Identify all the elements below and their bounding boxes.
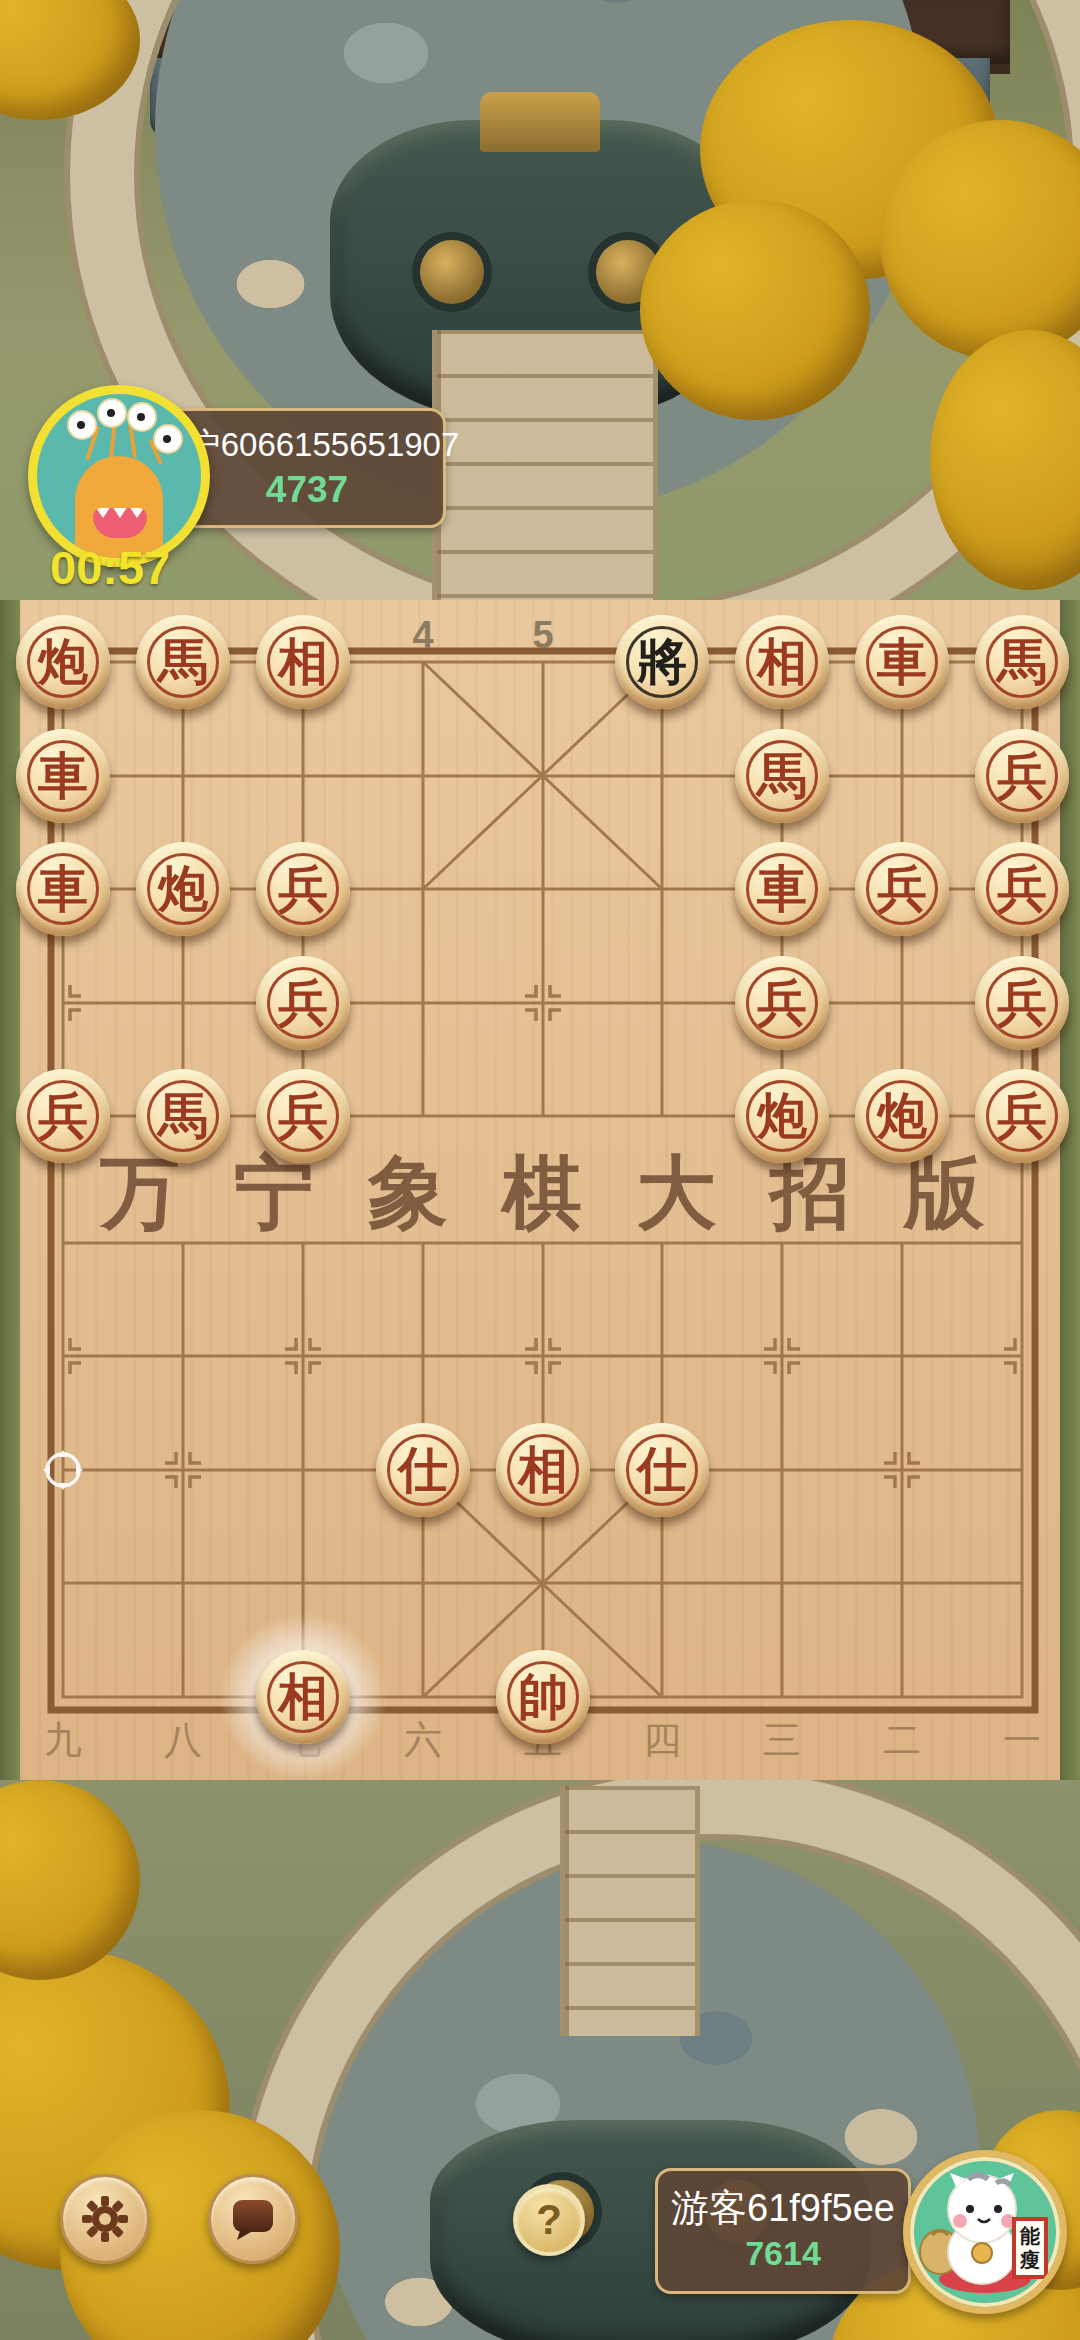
help-button[interactable]: ?: [513, 2184, 585, 2256]
svg-text:一: 一: [1003, 1719, 1041, 1761]
mask-crown: [480, 92, 600, 152]
mask-eye-left: [420, 240, 484, 304]
tree-foliage: [0, 1780, 140, 1980]
svg-text:九: 九: [44, 1719, 82, 1761]
stone-path: [560, 1786, 700, 2036]
piece-chariot[interactable]: 車: [15, 728, 111, 824]
lucky-cat-avatar-art: 能 瘦: [910, 2157, 1060, 2307]
piece-horse[interactable]: 馬: [974, 614, 1070, 710]
avatar-sign-char-2: 瘦: [1019, 2249, 1040, 2271]
avatar-sign-char-1: 能: [1020, 2225, 1040, 2247]
piece-pawn[interactable]: 兵: [255, 1068, 351, 1164]
svg-text:八: 八: [164, 1719, 202, 1761]
piece-pawn[interactable]: 兵: [974, 1068, 1070, 1164]
piece-marshal[interactable]: 帥: [495, 1649, 591, 1745]
piece-chariot[interactable]: 車: [734, 841, 830, 937]
piece-elephant[interactable]: 相: [734, 614, 830, 710]
chat-button[interactable]: [208, 2174, 298, 2264]
piece-cannon[interactable]: 炮: [135, 841, 231, 937]
bottom-player-avatar[interactable]: 能 瘦: [903, 2150, 1067, 2314]
piece-pawn[interactable]: 兵: [854, 841, 950, 937]
piece-advisor[interactable]: 仕: [375, 1422, 471, 1518]
piece-cannon[interactable]: 炮: [734, 1068, 830, 1164]
help-question-mark: ?: [536, 2196, 562, 2244]
piece-pawn[interactable]: 兵: [15, 1068, 111, 1164]
piece-chariot[interactable]: 車: [854, 614, 950, 710]
piece-chariot[interactable]: 車: [15, 841, 111, 937]
game-screen: 4 5 万宁象棋大招版 九 八 七 六 五 四 三 二 一 炮 馬 相 將 相 …: [0, 0, 1080, 2340]
target-reticle-icon: [39, 1446, 87, 1494]
move-timer: 00:57: [50, 540, 170, 595]
svg-text:二: 二: [883, 1719, 921, 1761]
top-player-score: 4737: [266, 467, 348, 513]
stone-path: [432, 330, 658, 606]
piece-horse[interactable]: 馬: [734, 728, 830, 824]
file-label-top-4: 4: [412, 614, 433, 656]
piece-horse[interactable]: 馬: [135, 1068, 231, 1164]
svg-text:四: 四: [643, 1719, 681, 1761]
bottom-player-score: 7614: [745, 2230, 821, 2276]
piece-pawn[interactable]: 兵: [255, 841, 351, 937]
piece-pawn[interactable]: 兵: [974, 955, 1070, 1051]
gear-icon: [80, 2194, 130, 2244]
piece-pawn[interactable]: 兵: [974, 841, 1070, 937]
piece-cannon[interactable]: 炮: [854, 1068, 950, 1164]
file-label-top-5: 5: [532, 614, 553, 656]
piece-pawn[interactable]: 兵: [734, 955, 830, 1051]
piece-advisor[interactable]: 仕: [614, 1422, 710, 1518]
piece-pawn[interactable]: 兵: [974, 728, 1070, 824]
board-grid[interactable]: 4 5 万宁象棋大招版 九 八 七 六 五 四 三 二 一: [0, 600, 1080, 1780]
piece-general[interactable]: 將: [614, 614, 710, 710]
settings-button[interactable]: [60, 2174, 150, 2264]
piece-elephant[interactable]: 相: [255, 614, 351, 710]
bottom-player-name: 游客61f9f5ee: [671, 2186, 895, 2230]
piece-pawn[interactable]: 兵: [255, 955, 351, 1051]
tree-foliage: [640, 200, 870, 420]
piece-horse[interactable]: 馬: [135, 614, 231, 710]
chat-bubble-icon: [227, 2194, 279, 2244]
piece-elephant[interactable]: 相: [495, 1422, 591, 1518]
svg-text:三: 三: [763, 1719, 801, 1761]
piece-cannon[interactable]: 炮: [15, 614, 111, 710]
svg-text:六: 六: [404, 1719, 442, 1761]
bottom-player-plate: 游客61f9f5ee 7614: [655, 2168, 911, 2294]
piece-elephant[interactable]: 相: [255, 1649, 351, 1745]
